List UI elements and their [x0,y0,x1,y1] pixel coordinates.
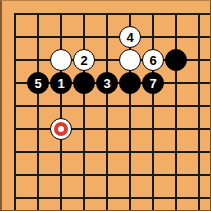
stone-black-7: 7 [142,72,164,94]
stone-black-3: 3 [96,72,118,94]
stone-white-2: 2 [73,49,95,71]
stone-black-5: 5 [27,72,49,94]
grid-line-vertical [198,13,200,210]
stone-white [50,49,72,71]
stone-white [119,49,141,71]
stone-white-6: 6 [142,49,164,71]
stone-black-1: 1 [50,72,72,94]
grid-line-horizontal [14,128,211,130]
stone-black [119,72,141,94]
stone-black [73,72,95,94]
stone-black [165,49,187,71]
stone-white-circled [50,118,72,140]
grid-line-vertical [37,13,39,210]
grid-line-vertical [14,13,16,210]
grid-line-vertical [83,13,85,210]
go-board: 2645137 [0,0,211,211]
grid-line-vertical [106,13,108,210]
grid-line-vertical [60,13,62,210]
grid-line-horizontal [14,36,211,38]
grid-line-horizontal [14,197,211,199]
grid-line-horizontal [14,151,211,153]
grid-line-horizontal [14,105,211,107]
stone-white-4: 4 [119,26,141,48]
grid-line-vertical [175,13,177,210]
grid-line-vertical [152,13,154,210]
circle-marker-icon [54,122,68,136]
grid-line-horizontal [14,174,211,176]
grid-line-horizontal [14,13,211,15]
